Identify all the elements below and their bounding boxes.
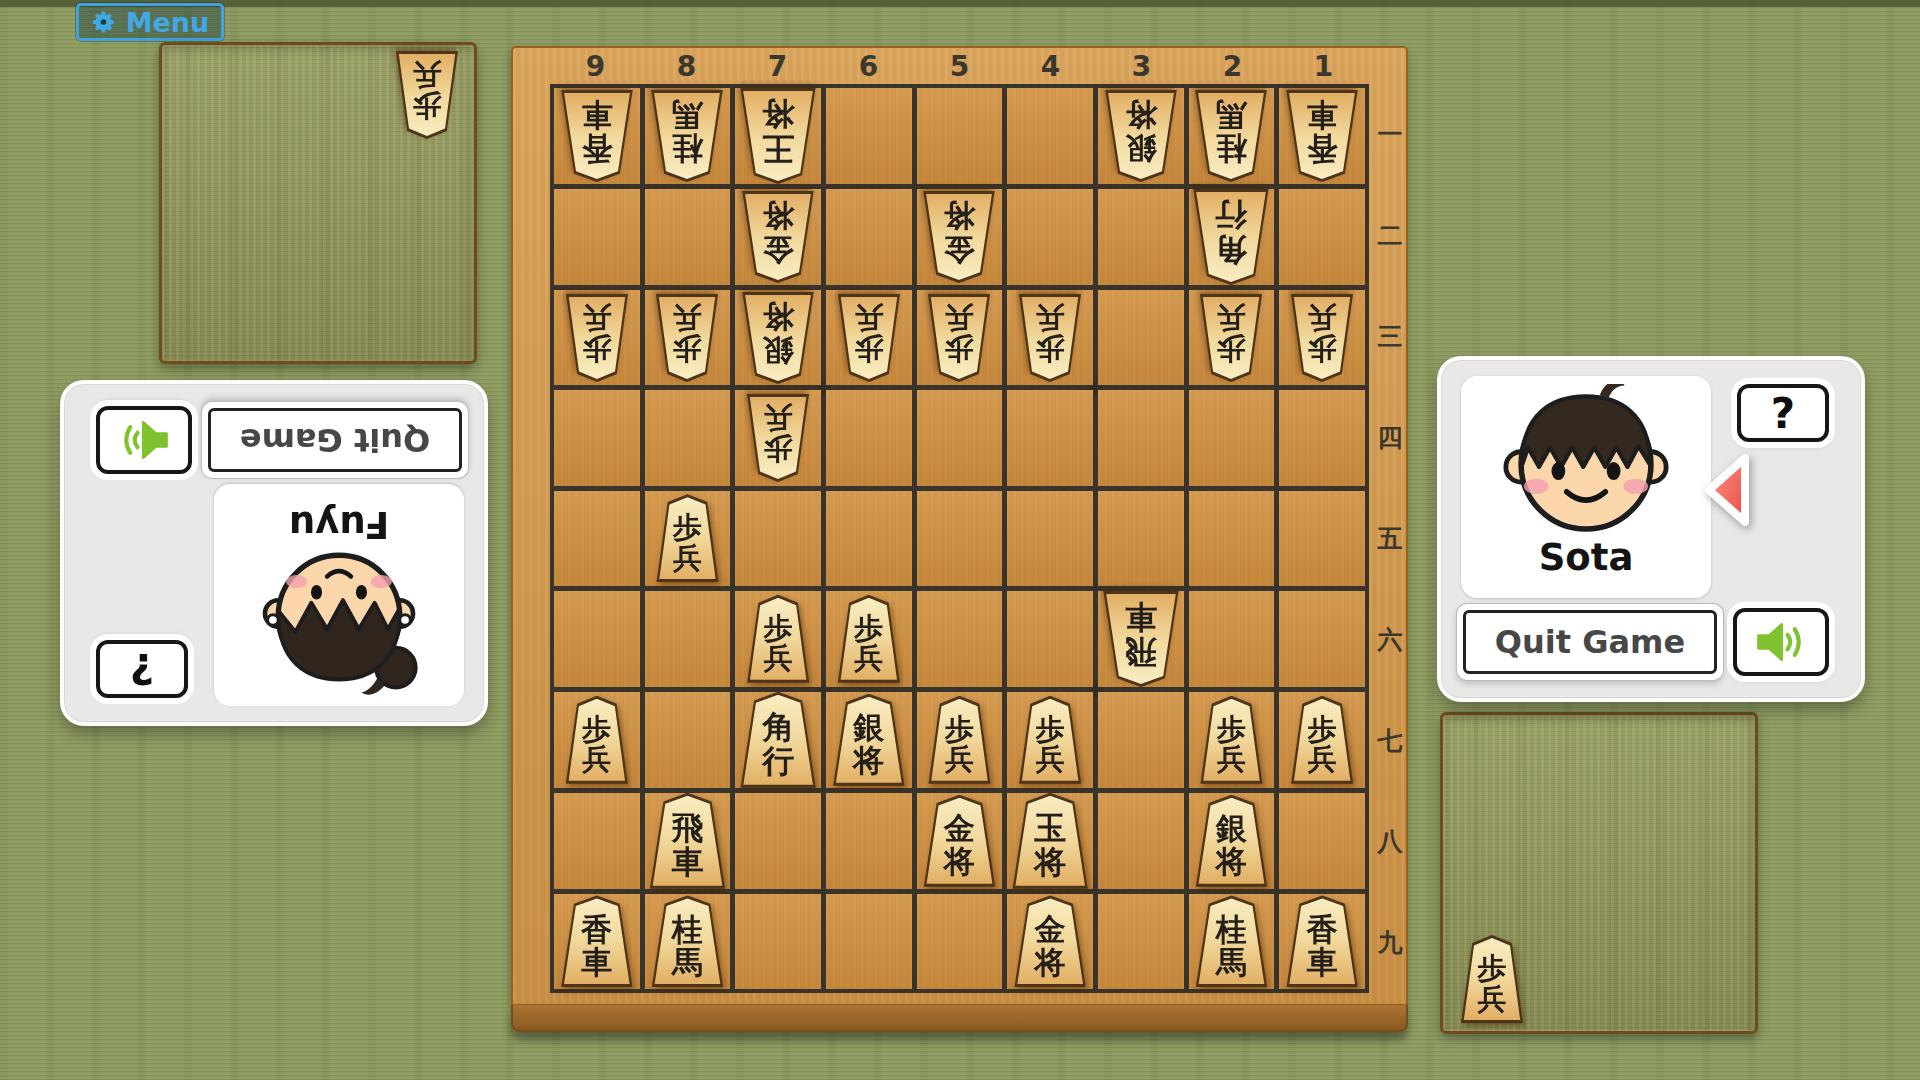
gote-piece-王将[interactable]: 王将 <box>738 88 818 184</box>
square-9i[interactable]: 香車 <box>554 894 640 989</box>
square-6b[interactable] <box>826 189 912 285</box>
rank-labels: 一二三四五六七八九 <box>1371 84 1409 993</box>
sente-piece-歩兵[interactable]: 歩兵 <box>745 595 811 683</box>
gote-piece-金将[interactable]: 金将 <box>921 191 997 283</box>
quit-game-label: Quit Game <box>1463 610 1717 674</box>
gote-piece-香車[interactable]: 香車 <box>559 90 635 182</box>
sente-piece-玉将[interactable]: 玉将 <box>1010 793 1090 889</box>
square-1c[interactable]: 歩兵 <box>1279 290 1365 385</box>
sente-piece-角行[interactable]: 角行 <box>738 692 818 788</box>
square-9e[interactable] <box>554 491 640 586</box>
square-7a[interactable]: 王将 <box>735 88 821 184</box>
square-8g[interactable] <box>645 692 731 788</box>
square-5h[interactable]: 金将 <box>917 793 1003 889</box>
gote-piece-歩兵[interactable]: 歩兵 <box>836 294 902 382</box>
square-7h[interactable] <box>735 793 821 889</box>
rank-label-3: 三 <box>1371 286 1409 387</box>
gote-piece-桂馬[interactable]: 桂馬 <box>1193 90 1269 182</box>
square-4i[interactable]: 金将 <box>1007 894 1093 989</box>
gote-piece-桂馬[interactable]: 桂馬 <box>649 90 725 182</box>
square-3h[interactable] <box>1098 793 1184 889</box>
shogi-board: 987654321 一二三四五六七八九 香車桂馬王将銀将桂馬香車金将金将角行歩兵… <box>511 46 1408 1006</box>
gote-piece-銀将[interactable]: 銀将 <box>740 292 816 384</box>
square-7c[interactable]: 銀将 <box>735 290 821 385</box>
gote-piece-歩兵[interactable]: 歩兵 <box>1198 294 1264 382</box>
square-9d[interactable] <box>554 390 640 485</box>
square-2i[interactable]: 桂馬 <box>1189 894 1275 989</box>
square-4a[interactable] <box>1007 88 1093 184</box>
sente-piece-銀将[interactable]: 銀将 <box>831 694 907 786</box>
fuyu-quit-game-button[interactable]: Quit Game <box>202 402 468 478</box>
square-2c[interactable]: 歩兵 <box>1189 290 1275 385</box>
square-1d[interactable] <box>1279 390 1365 485</box>
gote-piece-歩兵[interactable]: 歩兵 <box>745 394 811 482</box>
sota-sound-button[interactable] <box>1733 608 1829 676</box>
square-3e[interactable] <box>1098 491 1184 586</box>
sente-piece-香車[interactable]: 香車 <box>1284 895 1360 987</box>
sente-piece-歩兵[interactable]: 歩兵 <box>836 595 902 683</box>
square-1b[interactable] <box>1279 189 1365 285</box>
square-1i[interactable]: 香車 <box>1279 894 1365 989</box>
square-3d[interactable] <box>1098 390 1184 485</box>
sente-piece-香車[interactable]: 香車 <box>559 895 635 987</box>
square-8c[interactable]: 歩兵 <box>645 290 731 385</box>
square-1h[interactable] <box>1279 793 1365 889</box>
square-6c[interactable]: 歩兵 <box>826 290 912 385</box>
question-mark-icon: ? <box>1771 389 1795 438</box>
square-3a[interactable]: 銀将 <box>1098 88 1184 184</box>
gear-icon <box>91 9 117 35</box>
gote-piece-銀将[interactable]: 銀将 <box>1103 90 1179 182</box>
question-mark-icon: ? <box>130 645 154 694</box>
sente-piece-歩兵[interactable]: 歩兵 <box>1289 696 1355 784</box>
board-front-edge <box>511 1005 1408 1032</box>
sente-piece-歩兵[interactable]: 歩兵 <box>1017 696 1083 784</box>
square-8b[interactable] <box>645 189 731 285</box>
sente-captured-tray[interactable]: 歩兵 <box>1440 712 1758 1034</box>
square-7i[interactable] <box>735 894 821 989</box>
player-name: Fuyu <box>289 503 389 546</box>
square-2f[interactable] <box>1189 591 1275 687</box>
sota-avatar <box>1500 384 1672 536</box>
sente-piece-歩兵[interactable]: 歩兵 <box>564 696 630 784</box>
square-4c[interactable]: 歩兵 <box>1007 290 1093 385</box>
square-7f[interactable]: 歩兵 <box>735 591 821 687</box>
file-label-9: 9 <box>550 50 641 83</box>
square-2a[interactable]: 桂馬 <box>1189 88 1275 184</box>
quit-game-label: Quit Game <box>208 408 462 472</box>
gote-piece-歩兵[interactable]: 歩兵 <box>1289 294 1355 382</box>
square-1f[interactable] <box>1279 591 1365 687</box>
gote-piece-金将[interactable]: 金将 <box>740 191 816 283</box>
gote-piece-香車[interactable]: 香車 <box>1284 90 1360 182</box>
square-6a[interactable] <box>826 88 912 184</box>
sente-piece-金将[interactable]: 金将 <box>921 795 997 887</box>
square-2b[interactable]: 角行 <box>1189 189 1275 285</box>
gote-captured-tray[interactable]: 歩兵 <box>159 42 477 364</box>
menu-label: Menu <box>126 7 210 38</box>
square-7d[interactable]: 歩兵 <box>735 390 821 485</box>
square-8d[interactable] <box>645 390 731 485</box>
square-6g[interactable]: 銀将 <box>826 692 912 788</box>
square-9b[interactable] <box>554 189 640 285</box>
menu-button[interactable]: Menu <box>76 3 224 41</box>
rank-label-6: 六 <box>1371 589 1409 690</box>
fuyu-panel: Fuyu ? Quit Game <box>60 380 488 726</box>
square-3i[interactable] <box>1098 894 1184 989</box>
file-label-1: 1 <box>1278 50 1369 83</box>
square-8a[interactable]: 桂馬 <box>645 88 731 184</box>
square-5b[interactable]: 金将 <box>917 189 1003 285</box>
fuyu-help-button[interactable]: ? <box>96 640 188 698</box>
gote-piece-歩兵[interactable]: 歩兵 <box>394 51 460 139</box>
rank-label-8: 八 <box>1371 791 1409 892</box>
gote-piece-角行[interactable]: 角行 <box>1191 189 1271 285</box>
turn-indicator <box>1697 446 1757 534</box>
sente-piece-歩兵[interactable]: 歩兵 <box>1459 935 1525 1023</box>
player-name: Sota <box>1539 536 1634 579</box>
rank-label-4: 四 <box>1371 387 1409 488</box>
square-5e[interactable] <box>917 491 1003 586</box>
sente-piece-歩兵[interactable]: 歩兵 <box>1198 696 1264 784</box>
square-6i[interactable] <box>826 894 912 989</box>
file-label-8: 8 <box>641 50 732 83</box>
square-9f[interactable] <box>554 591 640 687</box>
square-6d[interactable] <box>826 390 912 485</box>
square-1e[interactable] <box>1279 491 1365 586</box>
gote-piece-飛車[interactable]: 飛車 <box>1101 591 1181 687</box>
fuyu-avatar-card: Fuyu <box>214 484 464 706</box>
sente-piece-歩兵[interactable]: 歩兵 <box>654 494 720 582</box>
square-8h[interactable]: 飛車 <box>645 793 731 889</box>
gote-piece-歩兵[interactable]: 歩兵 <box>1017 294 1083 382</box>
square-8f[interactable] <box>645 591 731 687</box>
file-labels: 987654321 <box>550 50 1369 83</box>
square-4f[interactable] <box>1007 591 1093 687</box>
square-3f[interactable]: 飛車 <box>1098 591 1184 687</box>
square-3g[interactable] <box>1098 692 1184 788</box>
square-4b[interactable] <box>1007 189 1093 285</box>
square-9c[interactable]: 歩兵 <box>554 290 640 385</box>
sota-help-button[interactable]: ? <box>1737 384 1829 442</box>
rank-label-1: 一 <box>1371 84 1409 185</box>
file-label-2: 2 <box>1187 50 1278 83</box>
sente-piece-歩兵[interactable]: 歩兵 <box>926 696 992 784</box>
square-7g[interactable]: 角行 <box>735 692 821 788</box>
square-2e[interactable] <box>1189 491 1275 586</box>
square-7e[interactable] <box>735 491 821 586</box>
sota-quit-game-button[interactable]: Quit Game <box>1457 604 1723 680</box>
square-4g[interactable]: 歩兵 <box>1007 692 1093 788</box>
square-5i[interactable] <box>917 894 1003 989</box>
speaker-icon <box>1755 621 1807 663</box>
fuyu-avatar <box>253 546 425 698</box>
board-grid: 香車桂馬王将銀将桂馬香車金将金将角行歩兵歩兵銀将歩兵歩兵歩兵歩兵歩兵歩兵歩兵歩兵… <box>550 84 1369 993</box>
file-label-6: 6 <box>823 50 914 83</box>
square-5a[interactable] <box>917 88 1003 184</box>
file-label-7: 7 <box>732 50 823 83</box>
sente-piece-銀将[interactable]: 銀将 <box>1193 795 1269 887</box>
speaker-icon <box>118 419 170 461</box>
square-4h[interactable]: 玉将 <box>1007 793 1093 889</box>
square-2g[interactable]: 歩兵 <box>1189 692 1275 788</box>
square-3b[interactable] <box>1098 189 1184 285</box>
sente-piece-金将[interactable]: 金将 <box>1012 895 1088 987</box>
tatami-top-edge <box>0 0 1920 7</box>
rank-label-9: 九 <box>1371 892 1409 993</box>
game-screen: Menu 歩兵 歩兵 987654321 一二三四五六七八九 香車桂馬王将銀将桂… <box>0 0 1920 1080</box>
square-6f[interactable]: 歩兵 <box>826 591 912 687</box>
fuyu-sound-button[interactable] <box>96 406 192 474</box>
square-5g[interactable]: 歩兵 <box>917 692 1003 788</box>
sente-piece-桂馬[interactable]: 桂馬 <box>1193 895 1269 987</box>
sota-panel: Sota ? Quit Game <box>1437 356 1865 702</box>
rank-label-2: 二 <box>1371 185 1409 286</box>
square-5f[interactable] <box>917 591 1003 687</box>
rank-label-7: 七 <box>1371 690 1409 791</box>
square-3c[interactable] <box>1098 290 1184 385</box>
square-9a[interactable]: 香車 <box>554 88 640 184</box>
square-8e[interactable]: 歩兵 <box>645 491 731 586</box>
sente-piece-桂馬[interactable]: 桂馬 <box>649 895 725 987</box>
file-label-4: 4 <box>1005 50 1096 83</box>
square-1a[interactable]: 香車 <box>1279 88 1365 184</box>
square-1g[interactable]: 歩兵 <box>1279 692 1365 788</box>
square-8i[interactable]: 桂馬 <box>645 894 731 989</box>
rank-label-5: 五 <box>1371 488 1409 589</box>
square-6h[interactable] <box>826 793 912 889</box>
gote-piece-歩兵[interactable]: 歩兵 <box>654 294 720 382</box>
gote-piece-歩兵[interactable]: 歩兵 <box>926 294 992 382</box>
square-2h[interactable]: 銀将 <box>1189 793 1275 889</box>
square-5c[interactable]: 歩兵 <box>917 290 1003 385</box>
square-7b[interactable]: 金将 <box>735 189 821 285</box>
square-4d[interactable] <box>1007 390 1093 485</box>
file-label-3: 3 <box>1096 50 1187 83</box>
square-6e[interactable] <box>826 491 912 586</box>
square-2d[interactable] <box>1189 390 1275 485</box>
file-label-5: 5 <box>914 50 1005 83</box>
square-4e[interactable] <box>1007 491 1093 586</box>
gote-piece-歩兵[interactable]: 歩兵 <box>564 294 630 382</box>
sente-piece-飛車[interactable]: 飛車 <box>647 793 727 889</box>
square-9g[interactable]: 歩兵 <box>554 692 640 788</box>
square-5d[interactable] <box>917 390 1003 485</box>
sota-avatar-card: Sota <box>1461 376 1711 598</box>
square-9h[interactable] <box>554 793 640 889</box>
